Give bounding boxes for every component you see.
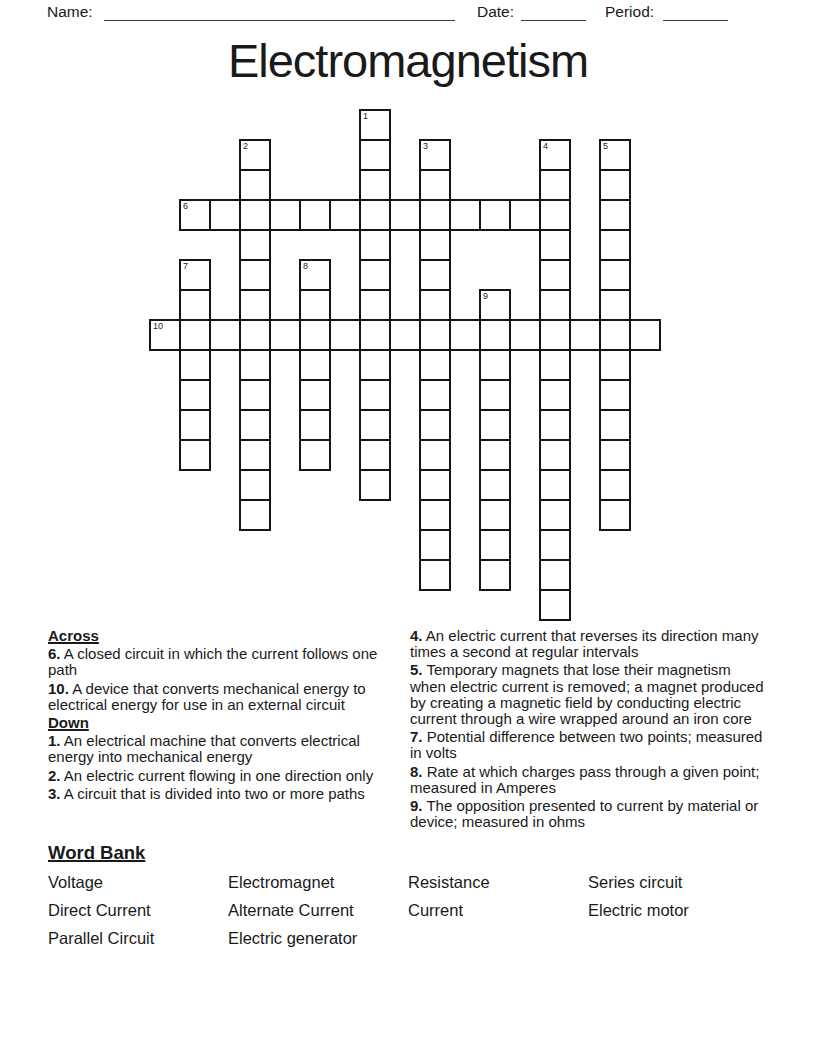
grid-cell[interactable] bbox=[299, 349, 331, 381]
clue: 5. Temporary magnets that lose their mag… bbox=[410, 662, 766, 727]
word-bank-heading: Word Bank bbox=[48, 842, 768, 864]
grid-cell[interactable] bbox=[179, 349, 211, 381]
grid-cell[interactable] bbox=[419, 469, 451, 501]
grid-cell[interactable]: 6 bbox=[179, 199, 211, 231]
grid-cell[interactable] bbox=[179, 289, 211, 321]
grid-cell[interactable] bbox=[479, 439, 511, 471]
clue-number-label: 8. bbox=[410, 763, 423, 780]
clue-number-label: 5. bbox=[410, 661, 423, 678]
grid-cell[interactable] bbox=[479, 559, 511, 591]
clue-number: 7 bbox=[183, 261, 188, 271]
grid-cell[interactable] bbox=[359, 259, 391, 291]
grid-cell[interactable] bbox=[239, 439, 271, 471]
grid-cell[interactable] bbox=[539, 289, 571, 321]
grid-cell[interactable] bbox=[239, 409, 271, 441]
clues-right-column: 4. An electric current that reverses its… bbox=[410, 628, 766, 832]
grid-cell[interactable] bbox=[539, 169, 571, 201]
word-bank-columns: VoltageDirect CurrentParallel CircuitEle… bbox=[48, 873, 768, 957]
grid-cell[interactable] bbox=[239, 259, 271, 291]
worksheet-page: Name: Date: Period: Electromagnetism 123… bbox=[0, 0, 816, 1056]
clue-number: 5 bbox=[603, 141, 608, 151]
word-bank-column: Series circuitElectric motor bbox=[588, 873, 768, 957]
grid-cell[interactable] bbox=[359, 439, 391, 471]
grid-cell[interactable] bbox=[299, 289, 331, 321]
grid-cell[interactable] bbox=[419, 229, 451, 261]
clue: 7. Potential difference between two poin… bbox=[410, 729, 766, 761]
grid-cell[interactable] bbox=[359, 319, 391, 351]
grid-cell[interactable] bbox=[539, 349, 571, 381]
grid-cell[interactable] bbox=[449, 319, 481, 351]
grid-cell[interactable] bbox=[599, 229, 631, 261]
word-bank-word: Electric motor bbox=[588, 901, 768, 929]
clue-number-label: 2. bbox=[48, 767, 61, 784]
word-bank-word: Electric generator bbox=[228, 929, 408, 957]
grid-cell[interactable] bbox=[539, 529, 571, 561]
grid-cell[interactable]: 5 bbox=[599, 139, 631, 171]
grid-cell[interactable]: 8 bbox=[299, 259, 331, 291]
across-heading: Across bbox=[48, 628, 400, 644]
grid-cell[interactable]: 9 bbox=[479, 289, 511, 321]
grid-cell[interactable]: 4 bbox=[539, 139, 571, 171]
grid-cell[interactable] bbox=[629, 319, 661, 351]
grid-cell[interactable] bbox=[479, 529, 511, 561]
grid-cell[interactable] bbox=[239, 289, 271, 321]
grid-cell[interactable] bbox=[419, 199, 451, 231]
grid-cell[interactable] bbox=[599, 469, 631, 501]
name-blank-line[interactable] bbox=[104, 0, 455, 21]
grid-cell[interactable] bbox=[299, 379, 331, 411]
grid-cell[interactable] bbox=[299, 319, 331, 351]
word-bank-word: Parallel Circuit bbox=[48, 929, 228, 957]
clue-number: 9 bbox=[483, 291, 488, 301]
clues-left-column: Across 6. A closed circuit in which the … bbox=[48, 628, 400, 804]
grid-cell[interactable] bbox=[419, 289, 451, 321]
grid-cell[interactable] bbox=[509, 199, 541, 231]
clue: 8. Rate at which charges pass through a … bbox=[410, 764, 766, 796]
grid-cell[interactable] bbox=[239, 379, 271, 411]
grid-cell[interactable] bbox=[389, 199, 421, 231]
grid-cell[interactable] bbox=[599, 199, 631, 231]
clue-number-label: 7. bbox=[410, 728, 423, 745]
grid-cell[interactable] bbox=[179, 439, 211, 471]
grid-cell[interactable] bbox=[599, 319, 631, 351]
grid-cell[interactable] bbox=[239, 229, 271, 261]
grid-cell[interactable] bbox=[419, 529, 451, 561]
clue-number: 4 bbox=[543, 141, 548, 151]
grid-cell[interactable] bbox=[599, 499, 631, 531]
period-label: Period: bbox=[605, 3, 654, 21]
grid-cell[interactable] bbox=[209, 199, 241, 231]
grid-cell[interactable] bbox=[539, 589, 571, 621]
clue: 3. A circuit that is divided into two or… bbox=[48, 786, 400, 802]
grid-cell[interactable] bbox=[419, 559, 451, 591]
down-clues-list-right: 4. An electric current that reverses its… bbox=[410, 628, 766, 830]
word-bank-column: ElectromagnetAlternate CurrentElectric g… bbox=[228, 873, 408, 957]
clue: 2. An electric current flowing in one di… bbox=[48, 768, 400, 784]
grid-cell[interactable] bbox=[539, 499, 571, 531]
grid-cell[interactable] bbox=[179, 379, 211, 411]
grid-cell[interactable] bbox=[239, 199, 271, 231]
grid-cell[interactable]: 1 bbox=[359, 109, 391, 141]
grid-cell[interactable] bbox=[359, 289, 391, 321]
grid-cell[interactable] bbox=[599, 259, 631, 291]
grid-cell[interactable]: 3 bbox=[419, 139, 451, 171]
clue-number: 8 bbox=[303, 261, 308, 271]
grid-cell[interactable] bbox=[599, 289, 631, 321]
grid-cell[interactable] bbox=[239, 469, 271, 501]
grid-cell[interactable]: 10 bbox=[149, 319, 181, 351]
clue-number-label: 9. bbox=[410, 797, 423, 814]
grid-cell[interactable]: 2 bbox=[239, 139, 271, 171]
word-bank-word: Current bbox=[408, 901, 588, 929]
grid-cell[interactable] bbox=[419, 379, 451, 411]
clue-number-label: 6. bbox=[48, 645, 61, 662]
clue-number: 6 bbox=[183, 201, 188, 211]
name-label: Name: bbox=[47, 3, 93, 21]
grid-cell[interactable] bbox=[479, 469, 511, 501]
clue: 10. A device that converts mechanical en… bbox=[48, 681, 400, 713]
grid-cell[interactable] bbox=[539, 469, 571, 501]
grid-cell[interactable] bbox=[239, 499, 271, 531]
grid-cell[interactable] bbox=[539, 559, 571, 591]
clue: 1. An electrical machine that converts e… bbox=[48, 733, 400, 765]
grid-cell[interactable] bbox=[209, 319, 241, 351]
grid-cell[interactable] bbox=[479, 319, 511, 351]
grid-cell[interactable] bbox=[359, 469, 391, 501]
clue-number-label: 10. bbox=[48, 680, 69, 697]
clue-number-label: 4. bbox=[410, 627, 423, 644]
clue-number: 2 bbox=[243, 141, 248, 151]
clue-number-label: 3. bbox=[48, 785, 61, 802]
grid-cell[interactable] bbox=[599, 349, 631, 381]
grid-cell[interactable] bbox=[359, 409, 391, 441]
grid-cell[interactable] bbox=[329, 319, 361, 351]
date-blank-line[interactable] bbox=[521, 0, 586, 21]
grid-cell[interactable] bbox=[239, 319, 271, 351]
grid-cell[interactable] bbox=[419, 349, 451, 381]
grid-cell[interactable] bbox=[179, 409, 211, 441]
grid-cell[interactable] bbox=[599, 379, 631, 411]
grid-cell[interactable] bbox=[479, 499, 511, 531]
word-bank-word: Electromagnet bbox=[228, 873, 408, 901]
grid-cell[interactable] bbox=[479, 409, 511, 441]
grid-cell[interactable] bbox=[299, 409, 331, 441]
grid-cell[interactable] bbox=[479, 199, 511, 231]
grid-cell[interactable] bbox=[449, 199, 481, 231]
grid-cell[interactable]: 7 bbox=[179, 259, 211, 291]
clue: 9. The opposition presented to current b… bbox=[410, 798, 766, 830]
grid-cell[interactable] bbox=[599, 439, 631, 471]
grid-cell[interactable] bbox=[539, 409, 571, 441]
clue-number: 1 bbox=[363, 111, 368, 121]
clue-number: 3 bbox=[423, 141, 428, 151]
across-clues-list: 6. A closed circuit in which the current… bbox=[48, 646, 400, 713]
word-bank-word: Voltage bbox=[48, 873, 228, 901]
down-heading: Down bbox=[48, 715, 400, 731]
down-clues-list-left: 1. An electrical machine that converts e… bbox=[48, 733, 400, 802]
grid-cell[interactable] bbox=[599, 409, 631, 441]
grid-cell[interactable] bbox=[539, 439, 571, 471]
page-title: Electromagnetism bbox=[0, 33, 816, 88]
word-bank: Word Bank VoltageDirect CurrentParallel … bbox=[48, 842, 768, 957]
grid-cell[interactable] bbox=[239, 169, 271, 201]
word-bank-word: Resistance bbox=[408, 873, 588, 901]
grid-cell[interactable] bbox=[419, 319, 451, 351]
word-bank-word: Alternate Current bbox=[228, 901, 408, 929]
grid-cell[interactable] bbox=[239, 349, 271, 381]
grid-cell[interactable] bbox=[419, 439, 451, 471]
grid-cell[interactable] bbox=[179, 319, 211, 351]
grid-cell[interactable] bbox=[359, 199, 391, 231]
word-bank-column: VoltageDirect CurrentParallel Circuit bbox=[48, 873, 228, 957]
grid-cell[interactable] bbox=[539, 259, 571, 291]
grid-cell[interactable] bbox=[299, 199, 331, 231]
clue-number-label: 1. bbox=[48, 732, 61, 749]
grid-cell[interactable] bbox=[479, 379, 511, 411]
clue: 6. A closed circuit in which the current… bbox=[48, 646, 400, 678]
date-label: Date: bbox=[477, 3, 514, 21]
grid-cell[interactable] bbox=[299, 439, 331, 471]
crossword-grid: 12345678910 bbox=[149, 109, 663, 623]
grid-cell[interactable] bbox=[539, 379, 571, 411]
clue: 4. An electric current that reverses its… bbox=[410, 628, 766, 660]
grid-cell[interactable] bbox=[569, 319, 601, 351]
grid-cell[interactable] bbox=[269, 319, 301, 351]
grid-cell[interactable] bbox=[269, 199, 301, 231]
clue-number: 10 bbox=[153, 321, 163, 331]
grid-cell[interactable] bbox=[509, 319, 541, 351]
grid-cell[interactable] bbox=[539, 199, 571, 231]
word-bank-column: ResistanceCurrent bbox=[408, 873, 588, 957]
grid-cell[interactable] bbox=[419, 499, 451, 531]
grid-cell[interactable] bbox=[329, 199, 361, 231]
grid-cell[interactable] bbox=[599, 169, 631, 201]
grid-cell[interactable] bbox=[419, 259, 451, 291]
grid-cell[interactable] bbox=[359, 139, 391, 171]
grid-cell[interactable] bbox=[479, 349, 511, 381]
grid-cell[interactable] bbox=[419, 409, 451, 441]
grid-cell[interactable] bbox=[359, 349, 391, 381]
period-blank-line[interactable] bbox=[663, 0, 728, 21]
grid-cell[interactable] bbox=[389, 319, 421, 351]
word-bank-word: Series circuit bbox=[588, 873, 768, 901]
grid-cell[interactable] bbox=[359, 229, 391, 261]
grid-cell[interactable] bbox=[359, 379, 391, 411]
grid-cell[interactable] bbox=[419, 169, 451, 201]
grid-cell[interactable] bbox=[539, 319, 571, 351]
grid-cell[interactable] bbox=[359, 169, 391, 201]
word-bank-word: Direct Current bbox=[48, 901, 228, 929]
grid-cell[interactable] bbox=[539, 229, 571, 261]
